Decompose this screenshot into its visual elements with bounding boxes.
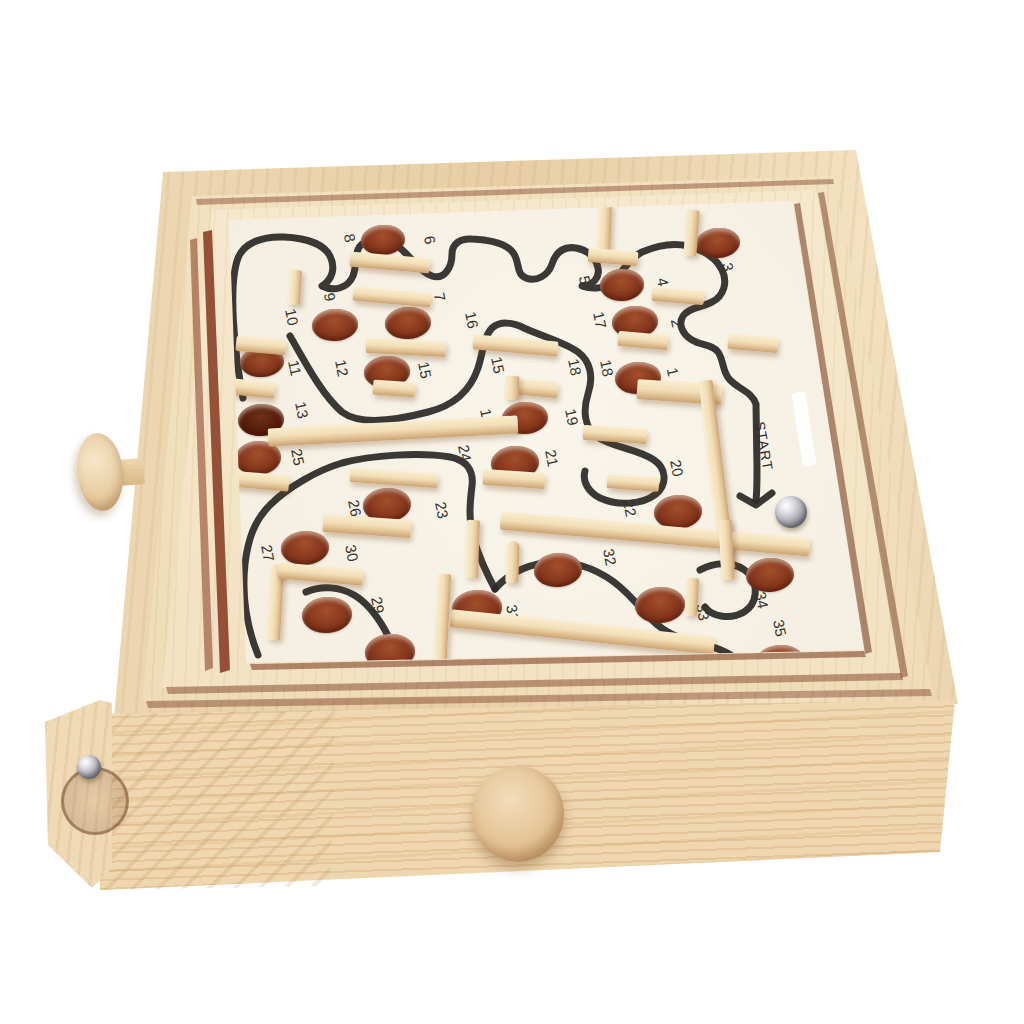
maze-hole: [634, 585, 686, 624]
start-label: START: [752, 420, 776, 472]
maze-wall: [268, 415, 519, 446]
maze-wall: [366, 337, 447, 356]
hole-number-29: 29: [368, 595, 388, 615]
maze-wall: [505, 541, 519, 583]
hole-number-4: 4: [654, 276, 672, 288]
hole-number-18: 18: [597, 358, 617, 378]
hole-number-12: 12: [332, 358, 352, 378]
maze-wall: [651, 287, 704, 305]
labyrinth-product-photo: 1234567891011121314151516171818192021222…: [0, 0, 1024, 1024]
hole-number-18: 18: [565, 357, 585, 377]
hole-number-15: 15: [415, 360, 435, 380]
hole-number-16: 16: [462, 310, 482, 330]
maze-wall: [277, 562, 363, 585]
hole-number-5: 5: [576, 274, 594, 286]
side-tilt-knob[interactable]: [73, 431, 127, 513]
hole-number-20: 20: [667, 458, 687, 478]
maze-wall: [718, 520, 734, 581]
hole-number-15: 15: [488, 355, 508, 375]
maze-hole: [311, 307, 359, 342]
maze-wall: [685, 578, 699, 617]
hole-number-24: 24: [455, 443, 475, 463]
maze-wall: [607, 474, 660, 492]
steel-ball-at-start[interactable]: [775, 496, 807, 528]
maze-hole: [695, 227, 741, 260]
maze-wall: [727, 333, 778, 352]
hole-number-27: 27: [258, 543, 278, 563]
maze-wall: [583, 424, 648, 443]
spare-steel-ball[interactable]: [77, 755, 101, 779]
maze-wall: [349, 251, 430, 273]
hole-number-19: 19: [562, 407, 582, 427]
maze-wall: [350, 468, 439, 488]
maze-hole: [533, 551, 583, 588]
maze-wall: [288, 269, 302, 305]
hole-number-30: 30: [342, 543, 362, 563]
hole-number-13: 13: [292, 400, 312, 420]
hole-number-21: 21: [542, 448, 562, 468]
front-tilt-knob[interactable]: [472, 766, 564, 862]
maze-hole: [280, 529, 330, 566]
hole-number-1: 1: [664, 366, 682, 378]
maze-hole: [745, 556, 795, 593]
maze-hole: [384, 305, 432, 340]
hole-number-35: 35: [770, 618, 790, 638]
hole-number-7: 7: [431, 291, 449, 303]
hole-number-17: 17: [590, 310, 610, 330]
maze-path-segment: [740, 493, 772, 505]
maze-wall: [683, 210, 699, 257]
maze-hole: [360, 224, 406, 257]
maze-hole: [599, 268, 645, 303]
hole-number-3: 3: [719, 261, 737, 273]
maze-wall: [353, 287, 432, 308]
maze-wall: [505, 376, 520, 400]
hole-number-9: 9: [321, 291, 339, 303]
hole-number-10: 10: [282, 307, 302, 327]
hole-number-32: 32: [600, 547, 620, 567]
maze-wall: [617, 330, 668, 349]
maze-wall: [483, 469, 546, 489]
maze-wall: [235, 335, 286, 354]
maze-wall: [433, 573, 450, 659]
maze-hole: [301, 595, 353, 634]
hole-number-8: 8: [341, 232, 359, 244]
hole-number-22: 22: [620, 498, 640, 518]
hole-number-25: 25: [288, 447, 308, 467]
maze-wall: [587, 248, 638, 266]
maze-wall: [472, 334, 558, 356]
hole-number-2: 2: [668, 317, 686, 329]
maze-wall: [464, 520, 479, 578]
hole-number-23: 23: [432, 500, 452, 520]
hole-number-34: 34: [752, 590, 772, 610]
maze-wall: [373, 379, 416, 397]
hole-number-11: 11: [285, 359, 305, 378]
hole-number-6: 6: [421, 234, 439, 246]
